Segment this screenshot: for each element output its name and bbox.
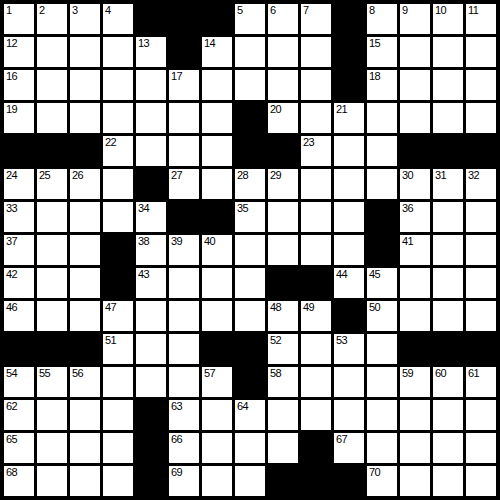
crossword-cell-white[interactable]: 61 <box>466 367 496 397</box>
crossword-cell-white[interactable] <box>367 367 397 397</box>
clue-number: 2 <box>39 4 45 16</box>
crossword-cell-white[interactable] <box>103 70 133 100</box>
crossword-cell-white[interactable]: 48 <box>268 301 298 331</box>
crossword-cell-white[interactable] <box>235 466 265 496</box>
clue-number: 6 <box>270 4 276 16</box>
crossword-cell-white[interactable]: 40 <box>202 235 232 265</box>
crossword-cell-black <box>334 4 364 34</box>
crossword-cell-white[interactable] <box>37 268 67 298</box>
crossword-cell-white[interactable] <box>466 268 496 298</box>
crossword-cell-white[interactable] <box>400 301 430 331</box>
crossword-cell-white[interactable] <box>466 466 496 496</box>
clue-number: 47 <box>105 301 116 313</box>
crossword-cell-black <box>235 334 265 364</box>
crossword-cell-black <box>334 466 364 496</box>
crossword-cell-white[interactable] <box>367 169 397 199</box>
crossword-cell-white[interactable]: 59 <box>400 367 430 397</box>
crossword-cell-white[interactable]: 27 <box>169 169 199 199</box>
crossword-cell-white[interactable]: 10 <box>433 4 463 34</box>
crossword-cell-white[interactable] <box>400 70 430 100</box>
crossword-grid: 1234567891011121314151617181920212223242… <box>0 0 500 500</box>
clue-number: 16 <box>6 70 17 82</box>
crossword-cell-white[interactable]: 13 <box>136 37 166 67</box>
crossword-cell-black <box>70 136 100 166</box>
crossword-cell-white[interactable]: 62 <box>4 400 34 430</box>
crossword-cell-white[interactable] <box>235 301 265 331</box>
crossword-cell-white[interactable] <box>202 400 232 430</box>
crossword-cell-white[interactable]: 45 <box>367 268 397 298</box>
crossword-cell-black <box>4 136 34 166</box>
crossword-cell-white[interactable] <box>301 202 331 232</box>
crossword-cell-white[interactable]: 28 <box>235 169 265 199</box>
crossword-cell-white[interactable]: 43 <box>136 268 166 298</box>
crossword-cell-white[interactable] <box>169 367 199 397</box>
crossword-cell-black <box>433 334 463 364</box>
clue-number: 8 <box>369 4 375 16</box>
crossword-cell-white[interactable] <box>70 37 100 67</box>
clue-number: 4 <box>105 4 111 16</box>
crossword-cell-white[interactable] <box>202 268 232 298</box>
crossword-cell-white[interactable] <box>466 433 496 463</box>
clue-number: 3 <box>72 4 78 16</box>
crossword-cell-white[interactable] <box>268 37 298 67</box>
crossword-cell-white[interactable] <box>202 169 232 199</box>
crossword-cell-white[interactable] <box>37 235 67 265</box>
crossword-cell-white[interactable]: 8 <box>367 4 397 34</box>
crossword-cell-black <box>136 433 166 463</box>
crossword-cell-white[interactable] <box>103 103 133 133</box>
crossword-cell-white[interactable]: 30 <box>400 169 430 199</box>
crossword-cell-white[interactable]: 4 <box>103 4 133 34</box>
crossword-cell-white[interactable] <box>235 433 265 463</box>
clue-number: 18 <box>369 70 380 82</box>
crossword-cell-black <box>169 4 199 34</box>
crossword-cell-white[interactable] <box>334 367 364 397</box>
crossword-cell-white[interactable]: 55 <box>37 367 67 397</box>
clue-number: 25 <box>39 169 50 181</box>
crossword-cell-black <box>202 334 232 364</box>
crossword-cell-white[interactable] <box>466 235 496 265</box>
crossword-cell-white[interactable] <box>433 202 463 232</box>
crossword-cell-white[interactable] <box>37 202 67 232</box>
crossword-cell-white[interactable] <box>70 466 100 496</box>
crossword-cell-white[interactable] <box>103 400 133 430</box>
crossword-cell-white[interactable]: 42 <box>4 268 34 298</box>
crossword-cell-white[interactable] <box>433 268 463 298</box>
clue-number: 58 <box>270 367 281 379</box>
crossword-cell-black <box>202 202 232 232</box>
crossword-cell-white[interactable]: 9 <box>400 4 430 34</box>
clue-number: 38 <box>138 235 149 247</box>
crossword-cell-white[interactable] <box>334 400 364 430</box>
crossword-cell-white[interactable] <box>37 37 67 67</box>
crossword-cell-white[interactable]: 39 <box>169 235 199 265</box>
crossword-page: 1234567891011121314151617181920212223242… <box>0 0 500 500</box>
clue-number: 27 <box>171 169 182 181</box>
crossword-cell-white[interactable] <box>70 103 100 133</box>
crossword-cell-white[interactable]: 11 <box>466 4 496 34</box>
crossword-cell-white[interactable]: 20 <box>268 103 298 133</box>
crossword-cell-white[interactable] <box>466 103 496 133</box>
crossword-cell-white[interactable] <box>70 301 100 331</box>
clue-number: 48 <box>270 301 281 313</box>
crossword-cell-white[interactable] <box>466 70 496 100</box>
crossword-cell-white[interactable] <box>400 268 430 298</box>
clue-number: 9 <box>402 4 408 16</box>
crossword-cell-white[interactable] <box>268 433 298 463</box>
crossword-cell-black <box>268 136 298 166</box>
clue-number: 26 <box>72 169 83 181</box>
crossword-cell-white[interactable]: 26 <box>70 169 100 199</box>
crossword-cell-white[interactable]: 54 <box>4 367 34 397</box>
clue-number: 40 <box>204 235 215 247</box>
crossword-cell-white[interactable] <box>400 466 430 496</box>
crossword-cell-white[interactable] <box>70 202 100 232</box>
clue-number: 68 <box>6 466 17 478</box>
crossword-cell-black <box>433 136 463 166</box>
crossword-cell-white[interactable] <box>301 169 331 199</box>
crossword-cell-black <box>301 466 331 496</box>
crossword-cell-white[interactable]: 53 <box>334 334 364 364</box>
crossword-cell-white[interactable] <box>400 433 430 463</box>
crossword-cell-white[interactable] <box>136 103 166 133</box>
crossword-cell-white[interactable]: 32 <box>466 169 496 199</box>
crossword-cell-white[interactable]: 41 <box>400 235 430 265</box>
crossword-cell-white[interactable] <box>367 400 397 430</box>
clue-number: 29 <box>270 169 281 181</box>
crossword-cell-black <box>367 235 397 265</box>
clue-number: 22 <box>105 136 116 148</box>
crossword-cell-white[interactable] <box>202 136 232 166</box>
clue-number: 23 <box>303 136 314 148</box>
crossword-cell-white[interactable] <box>136 334 166 364</box>
crossword-cell-white[interactable]: 15 <box>367 37 397 67</box>
clue-number: 55 <box>39 367 50 379</box>
crossword-cell-white[interactable] <box>136 136 166 166</box>
crossword-cell-black <box>70 334 100 364</box>
clue-number: 30 <box>402 169 413 181</box>
crossword-cell-white[interactable] <box>202 433 232 463</box>
crossword-cell-black <box>235 136 265 166</box>
crossword-cell-white[interactable]: 50 <box>367 301 397 331</box>
crossword-cell-white[interactable]: 7 <box>301 4 331 34</box>
crossword-cell-white[interactable] <box>235 268 265 298</box>
crossword-cell-white[interactable] <box>136 70 166 100</box>
crossword-cell-white[interactable] <box>301 334 331 364</box>
clue-number: 67 <box>336 433 347 445</box>
crossword-cell-black <box>301 433 331 463</box>
crossword-cell-white[interactable]: 25 <box>37 169 67 199</box>
clue-number: 28 <box>237 169 248 181</box>
crossword-cell-white[interactable]: 19 <box>4 103 34 133</box>
crossword-cell-white[interactable] <box>433 433 463 463</box>
crossword-cell-white[interactable] <box>400 400 430 430</box>
clue-number: 61 <box>468 367 479 379</box>
crossword-cell-white[interactable] <box>367 334 397 364</box>
crossword-cell-white[interactable] <box>202 466 232 496</box>
clue-number: 65 <box>6 433 17 445</box>
crossword-cell-white[interactable]: 5 <box>235 4 265 34</box>
crossword-cell-white[interactable]: 52 <box>268 334 298 364</box>
crossword-cell-black <box>466 136 496 166</box>
crossword-cell-white[interactable] <box>433 37 463 67</box>
crossword-cell-black <box>37 136 67 166</box>
crossword-cell-white[interactable] <box>103 433 133 463</box>
crossword-cell-white[interactable] <box>70 235 100 265</box>
crossword-cell-white[interactable]: 49 <box>301 301 331 331</box>
clue-number: 44 <box>336 268 347 280</box>
crossword-cell-black <box>367 202 397 232</box>
crossword-cell-white[interactable] <box>70 268 100 298</box>
crossword-cell-white[interactable] <box>37 103 67 133</box>
crossword-cell-white[interactable] <box>334 235 364 265</box>
crossword-cell-black <box>103 268 133 298</box>
crossword-cell-white[interactable] <box>37 400 67 430</box>
crossword-cell-white[interactable]: 65 <box>4 433 34 463</box>
crossword-cell-white[interactable]: 56 <box>70 367 100 397</box>
crossword-cell-white[interactable] <box>70 400 100 430</box>
crossword-cell-white[interactable] <box>301 37 331 67</box>
crossword-cell-white[interactable] <box>268 70 298 100</box>
crossword-cell-black <box>334 37 364 67</box>
crossword-cell-white[interactable] <box>103 466 133 496</box>
clue-number: 1 <box>6 4 12 16</box>
clue-number: 33 <box>6 202 17 214</box>
crossword-cell-white[interactable] <box>466 202 496 232</box>
clue-number: 57 <box>204 367 215 379</box>
crossword-cell-white[interactable] <box>70 70 100 100</box>
crossword-cell-white[interactable]: 70 <box>367 466 397 496</box>
crossword-cell-white[interactable] <box>169 268 199 298</box>
crossword-cell-black <box>301 268 331 298</box>
crossword-cell-white[interactable] <box>433 235 463 265</box>
crossword-cell-white[interactable]: 57 <box>202 367 232 397</box>
crossword-cell-white[interactable] <box>301 235 331 265</box>
crossword-cell-white[interactable]: 16 <box>4 70 34 100</box>
clue-number: 11 <box>468 4 478 16</box>
clue-number: 69 <box>171 466 182 478</box>
crossword-cell-black <box>202 4 232 34</box>
crossword-cell-white[interactable]: 64 <box>235 400 265 430</box>
crossword-cell-white[interactable] <box>466 301 496 331</box>
crossword-cell-black <box>169 202 199 232</box>
clue-number: 13 <box>138 37 149 49</box>
crossword-cell-black <box>136 169 166 199</box>
clue-number: 7 <box>303 4 309 16</box>
crossword-cell-white[interactable]: 35 <box>235 202 265 232</box>
crossword-cell-white[interactable] <box>400 37 430 67</box>
crossword-cell-white[interactable] <box>367 103 397 133</box>
clue-number: 12 <box>6 37 17 49</box>
crossword-cell-white[interactable] <box>301 103 331 133</box>
crossword-cell-white[interactable] <box>103 169 133 199</box>
clue-number: 63 <box>171 400 182 412</box>
crossword-cell-white[interactable]: 33 <box>4 202 34 232</box>
clue-number: 45 <box>369 268 380 280</box>
crossword-cell-black <box>268 466 298 496</box>
clue-number: 56 <box>72 367 83 379</box>
crossword-cell-white[interactable] <box>37 466 67 496</box>
crossword-cell-black <box>334 70 364 100</box>
crossword-cell-white[interactable]: 68 <box>4 466 34 496</box>
clue-number: 36 <box>402 202 413 214</box>
crossword-cell-black <box>400 334 430 364</box>
crossword-cell-white[interactable] <box>334 136 364 166</box>
crossword-cell-black <box>235 367 265 397</box>
crossword-cell-white[interactable]: 21 <box>334 103 364 133</box>
clue-number: 51 <box>105 334 116 346</box>
clue-number: 31 <box>435 169 446 181</box>
crossword-cell-white[interactable] <box>301 70 331 100</box>
crossword-cell-white[interactable] <box>136 367 166 397</box>
crossword-cell-white[interactable] <box>202 103 232 133</box>
crossword-cell-white[interactable] <box>433 103 463 133</box>
clue-number: 32 <box>468 169 479 181</box>
crossword-cell-white[interactable] <box>103 37 133 67</box>
crossword-cell-black <box>268 268 298 298</box>
clue-number: 52 <box>270 334 281 346</box>
crossword-cell-black <box>400 136 430 166</box>
clue-number: 15 <box>369 37 380 49</box>
clue-number: 41 <box>402 235 413 247</box>
clue-number: 24 <box>6 169 17 181</box>
crossword-cell-white[interactable] <box>70 433 100 463</box>
crossword-cell-black <box>136 400 166 430</box>
clue-number: 50 <box>369 301 380 313</box>
crossword-cell-white[interactable]: 66 <box>169 433 199 463</box>
crossword-cell-white[interactable] <box>367 433 397 463</box>
crossword-cell-white[interactable] <box>37 433 67 463</box>
crossword-cell-white[interactable]: 18 <box>367 70 397 100</box>
crossword-cell-white[interactable] <box>268 235 298 265</box>
crossword-cell-white[interactable]: 51 <box>103 334 133 364</box>
crossword-cell-black <box>136 466 166 496</box>
crossword-cell-white[interactable]: 60 <box>433 367 463 397</box>
crossword-cell-white[interactable]: 46 <box>4 301 34 331</box>
crossword-cell-white[interactable]: 29 <box>268 169 298 199</box>
crossword-cell-black <box>103 235 133 265</box>
crossword-cell-white[interactable]: 47 <box>103 301 133 331</box>
crossword-cell-black <box>334 301 364 331</box>
crossword-cell-white[interactable]: 3 <box>70 4 100 34</box>
clue-number: 60 <box>435 367 446 379</box>
clue-number: 66 <box>171 433 182 445</box>
clue-number: 49 <box>303 301 314 313</box>
crossword-cell-white[interactable] <box>202 301 232 331</box>
crossword-cell-black <box>235 103 265 133</box>
clue-number: 70 <box>369 466 380 478</box>
clue-number: 20 <box>270 103 281 115</box>
crossword-cell-white[interactable]: 12 <box>4 37 34 67</box>
clue-number: 14 <box>204 37 215 49</box>
crossword-cell-white[interactable]: 63 <box>169 400 199 430</box>
clue-number: 21 <box>336 103 347 115</box>
crossword-cell-white[interactable]: 14 <box>202 37 232 67</box>
crossword-cell-white[interactable]: 6 <box>268 4 298 34</box>
crossword-cell-white[interactable]: 23 <box>301 136 331 166</box>
crossword-cell-white[interactable]: 1 <box>4 4 34 34</box>
crossword-cell-white[interactable]: 58 <box>268 367 298 397</box>
clue-number: 43 <box>138 268 149 280</box>
crossword-cell-white[interactable] <box>301 400 331 430</box>
crossword-cell-white[interactable] <box>169 103 199 133</box>
clue-number: 64 <box>237 400 248 412</box>
crossword-cell-white[interactable] <box>37 301 67 331</box>
crossword-cell-black <box>4 334 34 364</box>
crossword-cell-white[interactable] <box>433 70 463 100</box>
crossword-cell-white[interactable]: 38 <box>136 235 166 265</box>
crossword-cell-black <box>136 4 166 34</box>
crossword-cell-white[interactable] <box>433 400 463 430</box>
crossword-cell-white[interactable]: 31 <box>433 169 463 199</box>
crossword-cell-white[interactable]: 24 <box>4 169 34 199</box>
crossword-cell-white[interactable] <box>37 70 67 100</box>
crossword-cell-white[interactable] <box>202 70 232 100</box>
crossword-cell-black <box>169 37 199 67</box>
crossword-cell-white[interactable]: 69 <box>169 466 199 496</box>
crossword-cell-white[interactable] <box>169 136 199 166</box>
crossword-cell-white[interactable] <box>334 202 364 232</box>
crossword-cell-white[interactable] <box>301 367 331 397</box>
clue-number: 35 <box>237 202 248 214</box>
clue-number: 39 <box>171 235 182 247</box>
crossword-cell-white[interactable]: 22 <box>103 136 133 166</box>
clue-number: 34 <box>138 202 149 214</box>
clue-number: 53 <box>336 334 347 346</box>
crossword-cell-white[interactable] <box>103 202 133 232</box>
crossword-cell-white[interactable] <box>433 466 463 496</box>
crossword-cell-white[interactable]: 34 <box>136 202 166 232</box>
clue-number: 37 <box>6 235 17 247</box>
clue-number: 42 <box>6 268 17 280</box>
crossword-cell-white[interactable] <box>235 235 265 265</box>
crossword-cell-white[interactable]: 44 <box>334 268 364 298</box>
clue-number: 59 <box>402 367 413 379</box>
crossword-cell-white[interactable] <box>136 301 166 331</box>
crossword-cell-white[interactable] <box>169 301 199 331</box>
clue-number: 54 <box>6 367 17 379</box>
crossword-cell-white[interactable] <box>466 37 496 67</box>
crossword-cell-white[interactable] <box>400 103 430 133</box>
crossword-cell-white[interactable] <box>334 169 364 199</box>
clue-number: 46 <box>6 301 17 313</box>
clue-number: 17 <box>171 70 182 82</box>
crossword-cell-black <box>466 334 496 364</box>
crossword-cell-white[interactable]: 37 <box>4 235 34 265</box>
clue-number: 62 <box>6 400 17 412</box>
crossword-cell-white[interactable]: 36 <box>400 202 430 232</box>
clue-number: 5 <box>237 4 243 16</box>
crossword-cell-white[interactable] <box>235 37 265 67</box>
crossword-cell-white[interactable] <box>367 136 397 166</box>
crossword-cell-white[interactable] <box>466 400 496 430</box>
crossword-cell-white[interactable] <box>268 202 298 232</box>
crossword-cell-white[interactable]: 67 <box>334 433 364 463</box>
crossword-cell-white[interactable]: 17 <box>169 70 199 100</box>
clue-number: 19 <box>6 103 17 115</box>
crossword-cell-white[interactable] <box>103 367 133 397</box>
clue-number: 10 <box>435 4 446 16</box>
crossword-cell-white[interactable]: 2 <box>37 4 67 34</box>
crossword-cell-black <box>37 334 67 364</box>
crossword-cell-white[interactable] <box>433 301 463 331</box>
crossword-cell-white[interactable] <box>235 70 265 100</box>
crossword-cell-white[interactable] <box>268 400 298 430</box>
crossword-cell-white[interactable] <box>169 334 199 364</box>
